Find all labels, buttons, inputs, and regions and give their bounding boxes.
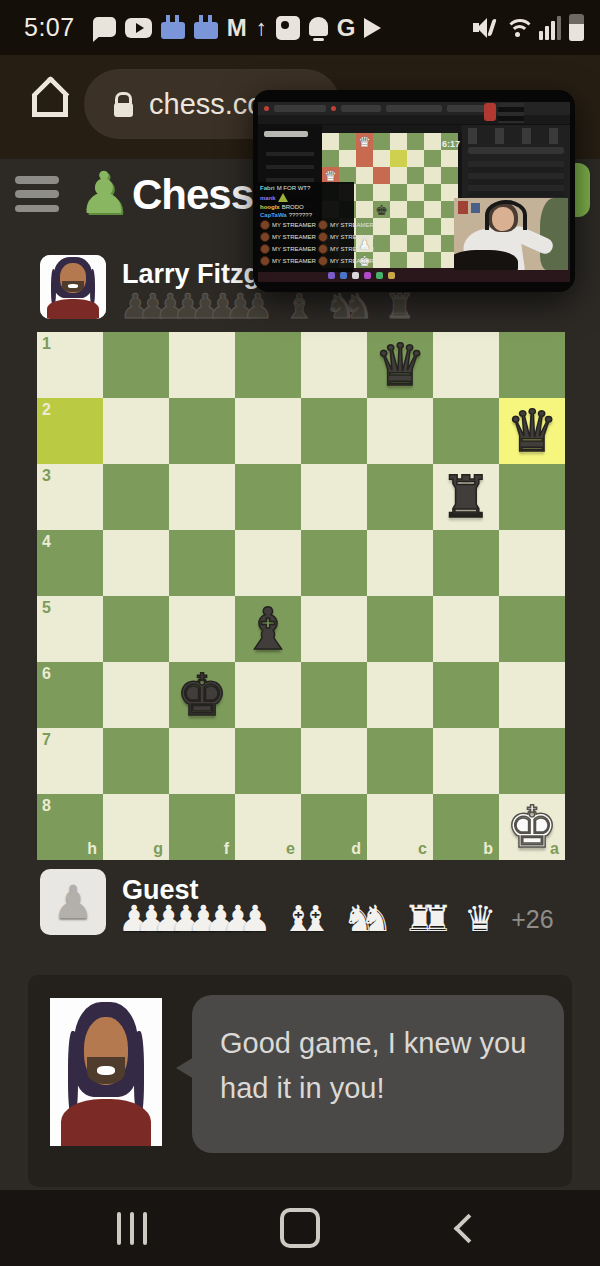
captured-group-r: ♜♜ <box>403 901 453 937</box>
face-emote-icon <box>260 220 270 230</box>
pip-square <box>441 150 458 167</box>
pip-alert-overlay <box>484 103 524 123</box>
square-d1[interactable] <box>301 332 367 398</box>
pip-square <box>424 201 441 218</box>
captured-group-n: ♞♞ <box>325 289 373 323</box>
guest-pawn-icon: ♟ <box>52 875 93 929</box>
status-bar: 5:07 M ↑ G <box>0 0 600 55</box>
square-c4[interactable] <box>367 530 433 596</box>
pip-square <box>407 218 424 235</box>
file-label: h <box>87 840 97 858</box>
file-label: b <box>483 840 493 858</box>
black-king-f6: ♚ <box>176 666 228 724</box>
chat-notification-icon <box>93 17 116 37</box>
pip-square <box>424 150 441 167</box>
pip-square <box>322 150 339 167</box>
pip-square <box>356 184 373 201</box>
rank-label: 1 <box>42 335 51 353</box>
face-emote-icon <box>318 244 328 254</box>
file-label: e <box>286 840 295 858</box>
square-a8[interactable]: a♚ <box>499 794 565 860</box>
browser-home-button[interactable] <box>28 81 72 129</box>
square-f7[interactable] <box>169 728 235 794</box>
top-player-captured-pieces: ♟♟♟♟♟♟♟♟♝♞♞♜ <box>120 289 426 323</box>
pip-square <box>407 150 424 167</box>
pip-square <box>407 252 424 269</box>
pip-square <box>373 235 390 252</box>
rank-label: 3 <box>42 467 51 485</box>
pip-square <box>424 218 441 235</box>
home-button[interactable] <box>260 1198 340 1258</box>
pip-square <box>390 235 407 252</box>
pip-chat-line: mank <box>260 193 352 202</box>
game-chat-panel: Good game, I knew you had it in you! <box>28 975 572 1187</box>
square-g3[interactable] <box>103 464 169 530</box>
square-c6[interactable] <box>367 662 433 728</box>
captured-group-q: ♛ <box>464 901 496 937</box>
square-c2[interactable] <box>367 398 433 464</box>
black-queen-c1: ♛ <box>374 336 426 394</box>
square-b2[interactable] <box>433 398 499 464</box>
pip-square <box>424 252 441 269</box>
square-d3[interactable] <box>301 464 367 530</box>
pip-square: ♚ <box>373 201 390 218</box>
pip-chat-line: FabriM FOR WT? <box>260 185 352 191</box>
black-bishop-e5: ♝ <box>242 600 294 658</box>
square-a5[interactable] <box>499 596 565 662</box>
upload-arrow-icon: ↑ <box>256 15 267 41</box>
square-c7[interactable] <box>367 728 433 794</box>
pip-chat-line: MY STREAMERMY STREAMER <box>260 244 352 254</box>
chat-avatar <box>50 998 162 1146</box>
battery-icon <box>569 14 584 41</box>
back-button[interactable] <box>425 1198 505 1258</box>
pip-piece: ♛ <box>324 169 337 183</box>
square-a4[interactable] <box>499 530 565 596</box>
square-b6[interactable] <box>433 662 499 728</box>
square-e8[interactable]: e <box>235 794 301 860</box>
square-c8[interactable]: c <box>367 794 433 860</box>
pip-square <box>407 184 424 201</box>
square-g4[interactable] <box>103 530 169 596</box>
white-king-a8: ♚ <box>506 798 558 856</box>
face-emote-icon <box>260 232 270 242</box>
pip-square <box>373 167 390 184</box>
black-rook-b3: ♜ <box>440 468 492 526</box>
face-emote-icon <box>318 220 328 230</box>
pip-square <box>356 201 373 218</box>
pip-square: ♛ <box>356 133 373 150</box>
pip-square <box>373 184 390 201</box>
pip-square <box>407 167 424 184</box>
pip-square <box>339 133 356 150</box>
square-e6[interactable] <box>235 662 301 728</box>
larry-avatar-illustration <box>40 255 106 319</box>
pip-square <box>424 167 441 184</box>
bell-icon <box>309 17 328 36</box>
pip-square <box>407 201 424 218</box>
square-h8[interactable]: 8h <box>37 794 103 860</box>
file-label: f <box>224 840 229 858</box>
square-c5[interactable] <box>367 596 433 662</box>
chat-bubble: Good game, I knew you had it in you! <box>192 995 564 1153</box>
pip-chat-line: hooglxBRODO <box>260 204 352 210</box>
square-b1[interactable] <box>433 332 499 398</box>
pip-square <box>390 167 407 184</box>
play-store-icon <box>364 18 381 38</box>
pip-square <box>407 235 424 252</box>
square-a1[interactable] <box>499 332 565 398</box>
face-emote-icon <box>318 256 328 266</box>
square-e1[interactable] <box>235 332 301 398</box>
recents-button[interactable] <box>92 1198 172 1258</box>
pip-square <box>390 218 407 235</box>
captured-group-b: ♝ <box>284 289 314 323</box>
square-c3[interactable] <box>367 464 433 530</box>
square-b8[interactable]: b <box>433 794 499 860</box>
rank-label: 6 <box>42 665 51 683</box>
chess-board: 1♛2♛3♜45♝6♚78hgfedcba♚ <box>37 332 565 860</box>
square-h2[interactable]: 2 <box>37 398 103 464</box>
captured-group-p: ♟♟♟♟♟♟♟♟ <box>118 901 271 937</box>
wifi-icon <box>505 17 531 39</box>
square-h1[interactable]: 1 <box>37 332 103 398</box>
square-d5[interactable] <box>301 596 367 662</box>
pip-square <box>407 133 424 150</box>
logo-pawn-icon: ♟ <box>78 163 130 223</box>
bottom-player-avatar[interactable]: ♟ <box>40 869 106 935</box>
menu-button[interactable] <box>15 176 59 212</box>
square-b4[interactable] <box>433 530 499 596</box>
pip-square <box>322 133 339 150</box>
square-f6[interactable]: ♚ <box>169 662 235 728</box>
pip-square <box>373 252 390 269</box>
square-a2[interactable]: ♛ <box>499 398 565 464</box>
square-f5[interactable] <box>169 596 235 662</box>
rank-label: 8 <box>42 797 51 815</box>
square-d7[interactable] <box>301 728 367 794</box>
square-g1[interactable] <box>103 332 169 398</box>
pip-square <box>390 184 407 201</box>
square-a3[interactable] <box>499 464 565 530</box>
captured-group-r: ♜ <box>384 289 414 323</box>
square-h6[interactable]: 6 <box>37 662 103 728</box>
lock-icon <box>114 92 133 117</box>
pip-square <box>424 235 441 252</box>
pip-chat-line: MY STREAMERMY STREAMER <box>260 256 352 266</box>
pip-stream-content: ♛♛♚♟♚ 6:17 FabriM FOR WT?mankhooglxBRODO… <box>258 102 570 282</box>
captured-group-n: ♞♞ <box>343 901 393 937</box>
pip-square <box>373 218 390 235</box>
pip-chat-line: MY STREAMERMY STREAMER <box>260 232 352 242</box>
rank-label: 5 <box>42 599 51 617</box>
pip-square <box>441 167 458 184</box>
square-g8[interactable]: g <box>103 794 169 860</box>
pip-piece: ♛ <box>358 135 371 149</box>
square-h3[interactable]: 3 <box>37 464 103 530</box>
pip-square <box>390 150 407 167</box>
system-status-icons <box>473 0 584 55</box>
square-f4[interactable] <box>169 530 235 596</box>
square-g6[interactable] <box>103 662 169 728</box>
gallery-icon <box>276 16 300 40</box>
square-e5[interactable]: ♝ <box>235 596 301 662</box>
pip-square <box>356 150 373 167</box>
clock: 5:07 <box>24 13 75 42</box>
square-d6[interactable] <box>301 662 367 728</box>
square-a6[interactable] <box>499 662 565 728</box>
pip-webcam <box>454 198 568 270</box>
square-e2[interactable] <box>235 398 301 464</box>
captured-group-p: ♟♟♟♟♟♟♟♟ <box>120 289 273 323</box>
square-b7[interactable] <box>433 728 499 794</box>
square-f8[interactable]: f <box>169 794 235 860</box>
square-e7[interactable] <box>235 728 301 794</box>
google-icon: G <box>337 15 356 41</box>
pip-twitch-chat: FabriM FOR WT?mankhooglxBRODOCapTaWa????… <box>258 182 354 272</box>
pip-square <box>390 201 407 218</box>
bottom-player-captured-pieces: ♟♟♟♟♟♟♟♟♝♝♞♞♜♜♛ +26 <box>118 901 554 937</box>
top-player-avatar[interactable] <box>40 255 106 319</box>
chat-message: Good game, I knew you had it in you! <box>192 995 564 1137</box>
square-e3[interactable] <box>235 464 301 530</box>
rank-label: 7 <box>42 731 51 749</box>
square-f2[interactable] <box>169 398 235 464</box>
pip-square <box>373 150 390 167</box>
birthday-cake-icon <box>161 22 185 39</box>
square-f1[interactable] <box>169 332 235 398</box>
logo-text: Chess <box>132 171 253 219</box>
captured-group-b: ♝♝ <box>282 901 332 937</box>
gmail-icon: M <box>227 15 247 41</box>
square-c1[interactable]: ♛ <box>367 332 433 398</box>
pip-chat-line: CapTaWa??????? <box>260 212 352 218</box>
file-label: c <box>418 840 427 858</box>
pip-chat-line: MY STREAMERMY STREAMER <box>260 220 352 230</box>
square-d8[interactable]: d <box>301 794 367 860</box>
face-emote-icon <box>318 232 328 242</box>
square-f3[interactable] <box>169 464 235 530</box>
square-h5[interactable]: 5 <box>37 596 103 662</box>
phone-screen: 5:07 M ↑ G chess.com <box>0 0 600 1266</box>
pip-clock: 6:17 <box>442 139 460 149</box>
square-g5[interactable] <box>103 596 169 662</box>
birthday-cake-icon <box>194 22 218 39</box>
pip-square <box>424 184 441 201</box>
file-label: d <box>351 840 361 858</box>
pip-square <box>424 133 441 150</box>
signal-icon <box>539 16 561 40</box>
pip-square <box>390 252 407 269</box>
pip-square <box>390 133 407 150</box>
tree-emote-icon <box>278 193 288 202</box>
square-e4[interactable] <box>235 530 301 596</box>
square-h4[interactable]: 4 <box>37 530 103 596</box>
notification-icons: M ↑ G <box>93 15 382 41</box>
pip-square <box>356 167 373 184</box>
square-d4[interactable] <box>301 530 367 596</box>
square-b3[interactable]: ♜ <box>433 464 499 530</box>
youtube-icon <box>125 18 152 38</box>
square-b5[interactable] <box>433 596 499 662</box>
black-queen-a2: ♛ <box>506 402 558 460</box>
android-nav-bar <box>0 1190 600 1266</box>
pip-piece: ♚ <box>375 203 388 217</box>
chess-app-page: ♟ Chess .com Larry Fitzgerald ♟♟♟♟♟♟♟♟♝♞… <box>0 159 600 1190</box>
rank-label: 4 <box>42 533 51 551</box>
square-h7[interactable]: 7 <box>37 728 103 794</box>
mute-vibrate-icon <box>473 15 497 41</box>
rank-label: 2 <box>42 401 51 419</box>
square-a7[interactable] <box>499 728 565 794</box>
face-emote-icon <box>260 256 270 266</box>
pip-square <box>373 133 390 150</box>
material-advantage: +26 <box>511 905 553 934</box>
square-d2[interactable] <box>301 398 367 464</box>
pip-square <box>339 150 356 167</box>
file-label: g <box>153 840 163 858</box>
square-g7[interactable] <box>103 728 169 794</box>
square-g2[interactable] <box>103 398 169 464</box>
pip-video-overlay[interactable]: ♛♛♚♟♚ 6:17 FabriM FOR WT?mankhooglxBRODO… <box>253 90 575 292</box>
face-emote-icon <box>260 244 270 254</box>
